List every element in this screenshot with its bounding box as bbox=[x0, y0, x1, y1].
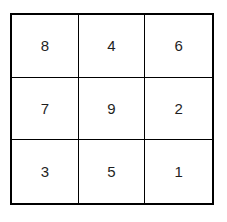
number-grid-diagram: 8 4 6 7 9 2 3 5 1 bbox=[0, 0, 227, 222]
grid-board: 8 4 6 7 9 2 3 5 1 bbox=[10, 13, 214, 205]
cell-r2c1: 7 bbox=[12, 78, 79, 141]
cell-r1c3: 6 bbox=[145, 15, 212, 78]
cell-r1c2: 4 bbox=[79, 15, 146, 78]
cell-r2c2: 9 bbox=[79, 78, 146, 141]
cell-r1c1: 8 bbox=[12, 15, 79, 78]
cell-r2c3: 2 bbox=[145, 78, 212, 141]
cell-r3c3: 1 bbox=[145, 140, 212, 203]
cell-r3c2: 5 bbox=[79, 140, 146, 203]
cell-r3c1: 3 bbox=[12, 140, 79, 203]
